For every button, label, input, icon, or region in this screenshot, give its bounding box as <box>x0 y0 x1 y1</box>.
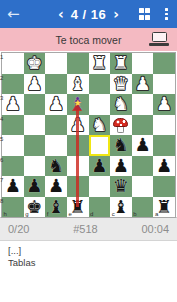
back-arrow-icon[interactable]: ← <box>7 0 20 28</box>
result-text: Tablas <box>8 257 169 269</box>
black-bishop[interactable]: ♝ <box>113 198 129 216</box>
square-f4[interactable] <box>45 115 67 136</box>
white-rook[interactable]: ♜ <box>113 54 129 72</box>
square-e1[interactable] <box>67 53 89 74</box>
square-c7[interactable]: ♛ <box>110 176 132 197</box>
square-b5[interactable]: ♟ <box>132 135 154 156</box>
square-b2[interactable]: ♟ <box>132 74 154 95</box>
black-pawn[interactable]: ♟ <box>156 157 172 175</box>
square-d5[interactable] <box>89 135 111 156</box>
rank-label-6: 6 <box>0 157 3 163</box>
timer: 00:04 <box>141 223 169 235</box>
overflow-menu-icon[interactable] <box>163 6 170 22</box>
turn-banner: Te toca mover <box>0 28 177 51</box>
puzzle-navigation: ‹ 4 / 16 › <box>58 0 119 28</box>
file-label-h: h <box>4 211 7 217</box>
square-f6[interactable]: ♞ <box>45 156 67 177</box>
white-rook[interactable]: ♜ <box>91 54 107 72</box>
black-bishop[interactable]: ♝ <box>48 198 64 216</box>
square-b6[interactable] <box>132 156 154 177</box>
square-b7[interactable] <box>132 176 154 197</box>
square-h4[interactable] <box>2 115 24 136</box>
white-pawn[interactable]: ♟ <box>156 95 172 113</box>
square-g4[interactable] <box>24 115 46 136</box>
rank-label-3: 3 <box>0 95 3 101</box>
black-knight[interactable]: ♞ <box>113 136 129 154</box>
white-pawn[interactable]: ♟ <box>5 95 21 113</box>
file-label-a: a <box>155 211 158 217</box>
square-h1[interactable] <box>2 53 24 74</box>
square-d4[interactable]: ♞ <box>89 115 111 136</box>
square-h5[interactable] <box>2 135 24 156</box>
prev-puzzle-icon[interactable]: ‹ <box>58 6 64 22</box>
solution-panel: [...] Tablas <box>0 241 177 272</box>
square-d3[interactable] <box>89 94 111 115</box>
square-a2[interactable] <box>153 74 175 95</box>
square-a6[interactable]: ♟ <box>153 156 175 177</box>
file-label-e: e <box>68 211 71 217</box>
toolbar-actions <box>139 6 170 22</box>
square-c2[interactable]: ♛ <box>110 74 132 95</box>
black-pawn[interactable]: ♟ <box>134 136 150 154</box>
rank-label-5: 5 <box>0 136 3 142</box>
square-f5[interactable] <box>45 135 67 156</box>
move-arrow-line <box>76 110 80 207</box>
status-bar: 0/20 #518 00:04 <box>0 217 177 241</box>
square-f8[interactable]: ♝ <box>45 197 67 218</box>
square-g7[interactable]: ♟ <box>24 176 46 197</box>
app-window: ← ‹ 4 / 16 › Te toca mover ♚♜♜♟♝♛♟♟♟♝★♞♟… <box>0 0 177 302</box>
square-c6[interactable]: ♟ <box>110 156 132 177</box>
rank-label-1: 1 <box>0 54 3 60</box>
rank-label-7: 7 <box>0 177 3 183</box>
square-h3[interactable]: ♟ <box>2 94 24 115</box>
black-pawn[interactable]: ♟ <box>91 157 107 175</box>
square-g2[interactable]: ♟ <box>24 74 46 95</box>
square-b3[interactable] <box>132 94 154 115</box>
next-puzzle-icon[interactable]: › <box>113 6 119 22</box>
square-c4[interactable] <box>110 115 132 136</box>
white-king[interactable]: ♚ <box>26 54 42 72</box>
square-f1[interactable] <box>45 53 67 74</box>
white-knight[interactable]: ♞ <box>91 116 107 134</box>
rank-label-8: 8 <box>0 198 3 204</box>
rank-label-4: 4 <box>0 116 3 122</box>
black-queen[interactable]: ♛ <box>113 177 129 195</box>
square-f2[interactable] <box>45 74 67 95</box>
rank-label-2: 2 <box>0 75 3 81</box>
square-d1[interactable]: ♜ <box>89 53 111 74</box>
file-label-b: b <box>133 211 136 217</box>
square-e2[interactable]: ♝ <box>67 74 89 95</box>
black-pawn[interactable]: ♟ <box>113 157 129 175</box>
square-b1[interactable] <box>132 53 154 74</box>
file-label-f: f <box>47 211 49 217</box>
square-g6[interactable] <box>24 156 46 177</box>
black-pawn[interactable]: ♟ <box>5 177 21 195</box>
square-d2[interactable] <box>89 74 111 95</box>
puzzle-counter: 4 / 16 <box>71 7 107 22</box>
toolbar: ← ‹ 4 / 16 › <box>0 0 177 28</box>
black-pawn[interactable]: ♟ <box>26 177 42 195</box>
mushroom-marker-icon <box>113 118 128 133</box>
file-label-c: c <box>112 211 115 217</box>
square-b4[interactable] <box>132 115 154 136</box>
turn-message: Te toca mover <box>56 34 122 46</box>
square-g3[interactable] <box>24 94 46 115</box>
black-pawn[interactable]: ♟ <box>48 177 64 195</box>
square-a1[interactable] <box>153 53 175 74</box>
black-king[interactable]: ♚ <box>26 198 42 216</box>
white-knight[interactable]: ♞ <box>113 95 129 113</box>
square-d7[interactable] <box>89 176 111 197</box>
white-bishop[interactable]: ♝ <box>70 75 86 93</box>
square-h7[interactable]: ♟ <box>2 176 24 197</box>
white-pawn[interactable]: ♟ <box>26 75 42 93</box>
square-a7[interactable] <box>153 176 175 197</box>
square-f7[interactable]: ♟ <box>45 176 67 197</box>
square-d6[interactable]: ♟ <box>89 156 111 177</box>
square-c3[interactable]: ♞ <box>110 94 132 115</box>
square-g1[interactable]: ♚ <box>24 53 46 74</box>
white-pawn[interactable]: ♟ <box>48 95 64 113</box>
square-c1[interactable]: ♜ <box>110 53 132 74</box>
square-h6[interactable] <box>2 156 24 177</box>
grid-menu-icon[interactable] <box>139 8 151 20</box>
collapsed-moves[interactable]: [...] <box>8 245 169 257</box>
board: ♚♜♜♟♝♛♟♟♟♝★♞♟♟♞♞♟♞♟♟♟♟♟♟♛♚♝♜♝♜12345678hg… <box>2 53 175 217</box>
black-rook[interactable]: ♜ <box>156 198 172 216</box>
board-area: ♚♜♜♟♝♛♟♟♟♝★♞♟♟♞♞♟♞♟♟♟♟♟♟♛♚♝♜♝♜12345678hg… <box>0 51 177 217</box>
square-a4[interactable] <box>153 115 175 136</box>
computer-icon <box>149 32 169 46</box>
square-a3[interactable]: ♟ <box>153 94 175 115</box>
puzzle-id: #518 <box>29 223 141 235</box>
score-counter: 0/20 <box>8 223 29 235</box>
white-pawn[interactable]: ♟ <box>134 75 150 93</box>
square-f3[interactable]: ♟ <box>45 94 67 115</box>
file-label-d: d <box>90 211 93 217</box>
square-g5[interactable] <box>24 135 46 156</box>
square-c5[interactable]: ♞ <box>110 135 132 156</box>
square-a5[interactable] <box>153 135 175 156</box>
file-label-g: g <box>25 211 28 217</box>
square-h2[interactable] <box>2 74 24 95</box>
black-knight[interactable]: ♞ <box>48 157 64 175</box>
white-queen[interactable]: ♛ <box>113 75 129 93</box>
